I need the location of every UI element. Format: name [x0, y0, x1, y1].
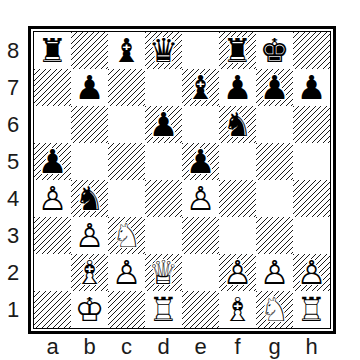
square-d8[interactable]: ♛♛ [145, 32, 182, 69]
piece-halo-f1: ♝ [219, 291, 256, 328]
piece-halo-f2: ♟ [219, 254, 256, 291]
piece-white-bishop-f1: ♗ [219, 291, 256, 328]
square-b6[interactable] [71, 106, 108, 143]
square-f5[interactable] [219, 143, 256, 180]
piece-halo-b7: ♟ [71, 69, 108, 106]
piece-black-pawn-d6: ♟ [145, 106, 182, 143]
square-c3[interactable]: ♞♘ [108, 217, 145, 254]
square-e1[interactable] [182, 291, 219, 328]
square-c8[interactable]: ♝♝ [108, 32, 145, 69]
square-f1[interactable]: ♝♗ [219, 291, 256, 328]
square-e5[interactable]: ♟♟ [182, 143, 219, 180]
piece-black-pawn-a5: ♟ [34, 143, 71, 180]
piece-halo-c3: ♞ [108, 217, 145, 254]
square-f8[interactable]: ♜♜ [219, 32, 256, 69]
square-g3[interactable] [256, 217, 293, 254]
piece-halo-h7: ♟ [293, 69, 330, 106]
piece-black-pawn-h7: ♟ [293, 69, 330, 106]
piece-white-knight-g1: ♘ [256, 291, 293, 328]
square-a4[interactable]: ♟♙ [34, 180, 71, 217]
square-g7[interactable]: ♟♟ [256, 69, 293, 106]
square-f6[interactable]: ♞♞ [219, 106, 256, 143]
square-b1[interactable]: ♚♔ [71, 291, 108, 328]
file-label-a: a [34, 334, 71, 360]
square-a2[interactable] [34, 254, 71, 291]
square-c4[interactable] [108, 180, 145, 217]
piece-black-bishop-c8: ♝ [108, 32, 145, 69]
square-g5[interactable] [256, 143, 293, 180]
piece-halo-g1: ♞ [256, 291, 293, 328]
square-b5[interactable] [71, 143, 108, 180]
rank-label-6: 6 [0, 106, 26, 143]
piece-halo-e7: ♝ [182, 69, 219, 106]
piece-white-pawn-b3: ♙ [71, 217, 108, 254]
piece-halo-b1: ♚ [71, 291, 108, 328]
file-label-g: g [256, 334, 293, 360]
square-h8[interactable] [293, 32, 330, 69]
piece-black-pawn-e5: ♟ [182, 143, 219, 180]
square-a7[interactable] [34, 69, 71, 106]
piece-halo-h1: ♜ [293, 291, 330, 328]
square-e6[interactable] [182, 106, 219, 143]
piece-halo-a5: ♟ [34, 143, 71, 180]
file-label-c: c [108, 334, 145, 360]
square-f2[interactable]: ♟♙ [219, 254, 256, 291]
square-f3[interactable] [219, 217, 256, 254]
square-f4[interactable] [219, 180, 256, 217]
piece-halo-h2: ♟ [293, 254, 330, 291]
square-a8[interactable]: ♜♜ [34, 32, 71, 69]
square-h4[interactable] [293, 180, 330, 217]
file-label-d: d [145, 334, 182, 360]
rank-labels: 87654321 [0, 32, 26, 328]
square-e3[interactable] [182, 217, 219, 254]
piece-halo-g2: ♟ [256, 254, 293, 291]
piece-white-pawn-h2: ♙ [293, 254, 330, 291]
square-c6[interactable] [108, 106, 145, 143]
piece-halo-g8: ♚ [256, 32, 293, 69]
square-g4[interactable] [256, 180, 293, 217]
piece-halo-g7: ♟ [256, 69, 293, 106]
square-c2[interactable]: ♟♙ [108, 254, 145, 291]
square-c7[interactable] [108, 69, 145, 106]
square-d6[interactable]: ♟♟ [145, 106, 182, 143]
square-c1[interactable] [108, 291, 145, 328]
piece-black-rook-a8: ♜ [34, 32, 71, 69]
piece-halo-b3: ♟ [71, 217, 108, 254]
square-a5[interactable]: ♟♟ [34, 143, 71, 180]
file-labels: abcdefgh [34, 334, 330, 360]
square-a3[interactable] [34, 217, 71, 254]
board-inner-border: ♜♜♝♝♛♛♜♜♚♚♟♟♝♝♟♟♟♟♟♟♟♟♞♞♟♟♟♟♟♙♞♞♟♙♟♙♞♘♝♗… [33, 31, 331, 329]
square-b8[interactable] [71, 32, 108, 69]
piece-white-pawn-c2: ♙ [108, 254, 145, 291]
piece-white-pawn-a4: ♙ [34, 180, 71, 217]
rank-label-2: 2 [0, 254, 26, 291]
rank-label-8: 8 [0, 32, 26, 69]
file-label-e: e [182, 334, 219, 360]
piece-black-pawn-g7: ♟ [256, 69, 293, 106]
piece-halo-d8: ♛ [145, 32, 182, 69]
piece-white-king-b1: ♔ [71, 291, 108, 328]
file-label-b: b [71, 334, 108, 360]
square-h5[interactable] [293, 143, 330, 180]
square-e7[interactable]: ♝♝ [182, 69, 219, 106]
square-e8[interactable] [182, 32, 219, 69]
piece-halo-d1: ♜ [145, 291, 182, 328]
rank-label-1: 1 [0, 291, 26, 328]
piece-black-queen-d8: ♛ [145, 32, 182, 69]
piece-black-rook-f8: ♜ [219, 32, 256, 69]
file-label-f: f [219, 334, 256, 360]
square-e2[interactable] [182, 254, 219, 291]
piece-white-bishop-b2: ♗ [71, 254, 108, 291]
square-g1[interactable]: ♞♘ [256, 291, 293, 328]
square-d5[interactable] [145, 143, 182, 180]
square-a6[interactable] [34, 106, 71, 143]
square-e4[interactable]: ♟♙ [182, 180, 219, 217]
square-g6[interactable] [256, 106, 293, 143]
square-d2[interactable]: ♛♕ [145, 254, 182, 291]
square-h2[interactable]: ♟♙ [293, 254, 330, 291]
piece-black-king-g8: ♚ [256, 32, 293, 69]
square-g8[interactable]: ♚♚ [256, 32, 293, 69]
square-b3[interactable]: ♟♙ [71, 217, 108, 254]
piece-white-knight-c3: ♘ [108, 217, 145, 254]
piece-white-rook-d1: ♖ [145, 291, 182, 328]
board-border: ♜♜♝♝♛♛♜♜♚♚♟♟♝♝♟♟♟♟♟♟♟♟♞♞♟♟♟♟♟♙♞♞♟♙♟♙♞♘♝♗… [28, 26, 336, 334]
square-g2[interactable]: ♟♙ [256, 254, 293, 291]
piece-halo-e4: ♟ [182, 180, 219, 217]
square-f7[interactable]: ♟♟ [219, 69, 256, 106]
square-b2[interactable]: ♝♗ [71, 254, 108, 291]
square-h7[interactable]: ♟♟ [293, 69, 330, 106]
piece-white-pawn-g2: ♙ [256, 254, 293, 291]
piece-halo-c2: ♟ [108, 254, 145, 291]
piece-halo-a8: ♜ [34, 32, 71, 69]
piece-black-knight-b4: ♞ [71, 180, 108, 217]
piece-halo-d2: ♛ [145, 254, 182, 291]
rank-label-4: 4 [0, 180, 26, 217]
piece-halo-f8: ♜ [219, 32, 256, 69]
piece-halo-f6: ♞ [219, 106, 256, 143]
piece-black-bishop-e7: ♝ [182, 69, 219, 106]
square-h6[interactable] [293, 106, 330, 143]
piece-black-knight-f6: ♞ [219, 106, 256, 143]
rank-label-5: 5 [0, 143, 26, 180]
square-d7[interactable] [145, 69, 182, 106]
piece-white-pawn-e4: ♙ [182, 180, 219, 217]
square-c5[interactable] [108, 143, 145, 180]
piece-halo-b2: ♝ [71, 254, 108, 291]
square-d3[interactable] [145, 217, 182, 254]
rank-label-3: 3 [0, 217, 26, 254]
square-d1[interactable]: ♜♖ [145, 291, 182, 328]
piece-halo-f7: ♟ [219, 69, 256, 106]
board-grid: ♜♜♝♝♛♛♜♜♚♚♟♟♝♝♟♟♟♟♟♟♟♟♞♞♟♟♟♟♟♙♞♞♟♙♟♙♞♘♝♗… [34, 32, 330, 328]
square-b4[interactable]: ♞♞ [71, 180, 108, 217]
file-label-h: h [293, 334, 330, 360]
piece-white-rook-h1: ♖ [293, 291, 330, 328]
piece-halo-b4: ♞ [71, 180, 108, 217]
square-a1[interactable] [34, 291, 71, 328]
piece-halo-e5: ♟ [182, 143, 219, 180]
piece-black-pawn-f7: ♟ [219, 69, 256, 106]
piece-black-pawn-b7: ♟ [71, 69, 108, 106]
square-h1[interactable]: ♜♖ [293, 291, 330, 328]
square-b7[interactable]: ♟♟ [71, 69, 108, 106]
chess-diagram: 87654321 ♜♜♝♝♛♛♜♜♚♚♟♟♝♝♟♟♟♟♟♟♟♟♞♞♟♟♟♟♟♙♞… [0, 0, 360, 360]
piece-white-queen-d2: ♕ [145, 254, 182, 291]
piece-halo-d6: ♟ [145, 106, 182, 143]
square-h3[interactable] [293, 217, 330, 254]
square-d4[interactable] [145, 180, 182, 217]
rank-label-7: 7 [0, 69, 26, 106]
piece-halo-c8: ♝ [108, 32, 145, 69]
piece-white-pawn-f2: ♙ [219, 254, 256, 291]
piece-halo-a4: ♟ [34, 180, 71, 217]
